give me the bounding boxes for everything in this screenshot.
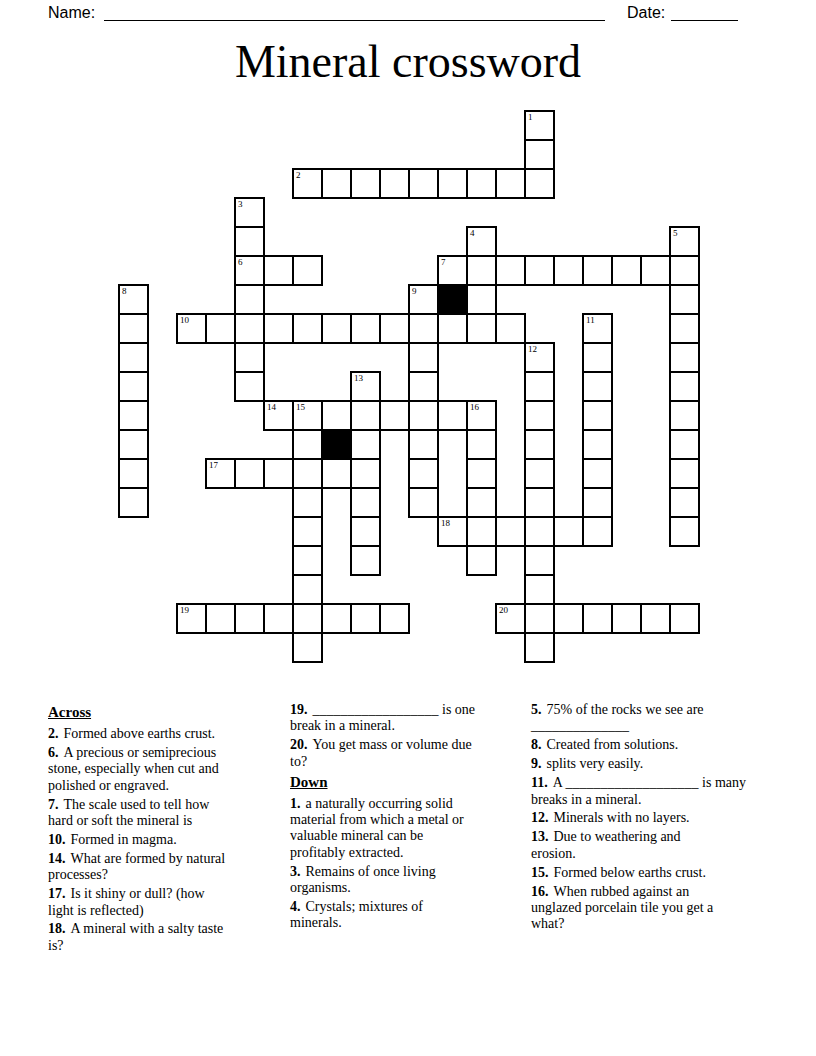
- clue-text: A precious or semiprecious stone, especi…: [48, 745, 219, 793]
- clue-12: 12.Minerals with no layers.: [531, 810, 769, 826]
- clue-text: You get mass or volume due to?: [290, 737, 472, 768]
- grid-cell-r3c4[interactable]: 3: [234, 197, 265, 228]
- clue-text: The scale used to tell how hard or soft …: [48, 797, 209, 828]
- grid-cell-r10c12[interactable]: 16: [466, 400, 497, 431]
- cell-number-16: 16: [470, 402, 479, 412]
- grid-cell-r2c8[interactable]: [350, 168, 381, 199]
- grid-cell-r2c10[interactable]: [408, 168, 439, 199]
- clue-number-label: 12.: [531, 810, 549, 825]
- grid-cell-r18c6[interactable]: [292, 632, 323, 663]
- clue-14: 14.What are formed by natural processes?: [48, 851, 286, 884]
- grid-cell-r5c16[interactable]: [582, 255, 613, 286]
- grid-cell-r14c15[interactable]: [553, 516, 584, 547]
- grid-cell-r11c19[interactable]: [669, 429, 700, 460]
- name-blank-line: [104, 2, 605, 21]
- grid-cell-r11c6[interactable]: [292, 429, 323, 460]
- grid-cell-r13c14[interactable]: [524, 487, 555, 518]
- clue-4: 4.Crystals; mixtures of minerals.: [290, 899, 528, 932]
- grid-cell-r10c5[interactable]: 14: [263, 400, 294, 431]
- clue-text: When rubbed against an unglazed porcelai…: [531, 884, 713, 932]
- grid-cell-r17c17[interactable]: [611, 603, 642, 634]
- cell-number-12: 12: [528, 344, 537, 354]
- cell-number-3: 3: [238, 199, 243, 209]
- cell-number-1: 1: [528, 112, 533, 122]
- grid-cell-r5c17[interactable]: [611, 255, 642, 286]
- grid-cell-r2c9[interactable]: [379, 168, 410, 199]
- grid-cell-r11c0[interactable]: [118, 429, 149, 460]
- grid-cell-r5c13[interactable]: [495, 255, 526, 286]
- cell-number-6: 6: [238, 257, 243, 267]
- clue-number-label: 11.: [531, 775, 548, 790]
- grid-cell-r4c4[interactable]: [234, 226, 265, 257]
- grid-cell-r8c19[interactable]: [669, 342, 700, 373]
- clue-3: 3.Remains of once living organisms.: [290, 864, 528, 897]
- grid-cell-r17c19[interactable]: [669, 603, 700, 634]
- grid-cell-r9c10[interactable]: [408, 371, 439, 402]
- grid-cell-r17c2[interactable]: 19: [176, 603, 207, 634]
- grid-cell-r5c5[interactable]: [263, 255, 294, 286]
- grid-cell-r6c0[interactable]: 8: [118, 284, 149, 315]
- clue-number-label: 1.: [290, 796, 301, 811]
- clue-text: a naturally occurring solid material fro…: [290, 796, 464, 860]
- grid-cell-r10c8[interactable]: [350, 400, 381, 431]
- grid-cell-r12c19[interactable]: [669, 458, 700, 489]
- clue-number-label: 3.: [290, 864, 301, 879]
- grid-cell-r14c12[interactable]: [466, 516, 497, 547]
- grid-cell-r10c7[interactable]: [321, 400, 352, 431]
- grid-cell-r7c5[interactable]: [263, 313, 294, 344]
- clue-text: __________________ is one break in a min…: [290, 702, 475, 733]
- grid-cell-r14c11[interactable]: 18: [437, 516, 468, 547]
- grid-cell-r6c4[interactable]: [234, 284, 265, 315]
- name-label: Name:: [48, 4, 95, 22]
- clue-1: 1.a naturally occurring solid material f…: [290, 796, 528, 862]
- clue-13: 13.Due to weathering and erosion.: [531, 829, 769, 862]
- grid-cell-r18c14[interactable]: [524, 632, 555, 663]
- grid-cell-r5c18[interactable]: [640, 255, 671, 286]
- grid-cell-r12c8[interactable]: [350, 458, 381, 489]
- grid-cell-r17c3[interactable]: [205, 603, 236, 634]
- grid-cell-r9c4[interactable]: [234, 371, 265, 402]
- grid-cell-r7c9[interactable]: [379, 313, 410, 344]
- grid-cell-r12c16[interactable]: [582, 458, 613, 489]
- clue-5: 5.75% of the rocks we see are __________…: [531, 702, 769, 735]
- grid-cell-r7c12[interactable]: [466, 313, 497, 344]
- grid-cell-r5c12[interactable]: [466, 255, 497, 286]
- grid-cell-r14c6[interactable]: [292, 516, 323, 547]
- grid-cell-r5c6[interactable]: [292, 255, 323, 286]
- clue-number-label: 18.: [48, 921, 66, 936]
- clue-number-label: 14.: [48, 851, 66, 866]
- grid-cell-r2c6[interactable]: 2: [292, 168, 323, 199]
- grid-cell-r13c6[interactable]: [292, 487, 323, 518]
- grid-cell-r8c10[interactable]: [408, 342, 439, 373]
- clue-9: 9.splits very easily.: [531, 756, 769, 772]
- crossword-grid: 1234567891011121314151617181920: [118, 110, 700, 663]
- grid-cell-r16c14[interactable]: [524, 574, 555, 605]
- grid-cell-r7c3[interactable]: [205, 313, 236, 344]
- clue-number-label: 5.: [531, 702, 542, 717]
- clue-16: 16.When rubbed against an unglazed porce…: [531, 884, 769, 933]
- clue-11: 11.A ___________________ is many breaks …: [531, 775, 769, 808]
- grid-cell-r10c0[interactable]: [118, 400, 149, 431]
- clue-2: 2.Formed above earths crust.: [48, 726, 286, 742]
- grid-cell-r7c10[interactable]: [408, 313, 439, 344]
- grid-cell-r8c0[interactable]: [118, 342, 149, 373]
- date-blank-line: [671, 2, 738, 21]
- grid-cell-r0c14[interactable]: 1: [524, 110, 555, 141]
- cell-number-5: 5: [673, 228, 678, 238]
- grid-cell-r6c12[interactable]: [466, 284, 497, 315]
- grid-cell-r14c14[interactable]: [524, 516, 555, 547]
- grid-cell-r10c6[interactable]: 15: [292, 400, 323, 431]
- grid-cell-r17c9[interactable]: [379, 603, 410, 634]
- grid-cell-r13c19[interactable]: [669, 487, 700, 518]
- grid-cell-r9c14[interactable]: [524, 371, 555, 402]
- grid-cell-r8c16[interactable]: [582, 342, 613, 373]
- clue-text: splits very easily.: [547, 756, 644, 771]
- grid-cell-r7c6[interactable]: [292, 313, 323, 344]
- cell-number-9: 9: [412, 286, 417, 296]
- grid-cell-r17c13[interactable]: 20: [495, 603, 526, 634]
- grid-cell-r17c7[interactable]: [321, 603, 352, 634]
- cell-number-10: 10: [180, 315, 189, 325]
- grid-cell-r6c10[interactable]: 9: [408, 284, 439, 315]
- clue-column-2: 19.__________________ is one break in a …: [290, 702, 528, 934]
- clue-17: 17.Is it shiny or dull? (how light is re…: [48, 886, 286, 919]
- clue-text: Formed in magma.: [71, 832, 177, 847]
- grid-cell-r17c5[interactable]: [263, 603, 294, 634]
- grid-cell-r17c6[interactable]: [292, 603, 323, 634]
- across-header: Across: [48, 703, 286, 721]
- grid-cell-r7c11[interactable]: [437, 313, 468, 344]
- grid-cell-r2c11[interactable]: [437, 168, 468, 199]
- grid-cell-r10c9[interactable]: [379, 400, 410, 431]
- grid-cell-r4c19[interactable]: 5: [669, 226, 700, 257]
- clue-number-label: 15.: [531, 865, 549, 880]
- grid-cell-r9c19[interactable]: [669, 371, 700, 402]
- grid-cell-r7c13[interactable]: [495, 313, 526, 344]
- grid-cell-r12c0[interactable]: [118, 458, 149, 489]
- grid-cell-r13c8[interactable]: [350, 487, 381, 518]
- grid-cell-r10c11[interactable]: [437, 400, 468, 431]
- clue-text: A mineral with a salty taste is?: [48, 921, 223, 952]
- grid-cell-r16c6[interactable]: [292, 574, 323, 605]
- clue-text: A ___________________ is many breaks in …: [531, 775, 746, 806]
- clue-number-label: 17.: [48, 886, 66, 901]
- clue-number-label: 7.: [48, 797, 59, 812]
- clue-6: 6.A precious or semiprecious stone, espe…: [48, 745, 286, 794]
- cell-number-4: 4: [470, 228, 475, 238]
- grid-cell-r5c14[interactable]: [524, 255, 555, 286]
- grid-cell-r12c4[interactable]: [234, 458, 265, 489]
- grid-cell-r9c16[interactable]: [582, 371, 613, 402]
- cell-number-17: 17: [209, 460, 218, 470]
- clue-18: 18.A mineral with a salty taste is?: [48, 921, 286, 954]
- grid-cell-r15c14[interactable]: [524, 545, 555, 576]
- grid-cell-r10c14[interactable]: [524, 400, 555, 431]
- cell-number-11: 11: [586, 315, 595, 325]
- grid-cell-r17c15[interactable]: [553, 603, 584, 634]
- grid-cell-r15c8[interactable]: [350, 545, 381, 576]
- grid-cell-r10c10[interactable]: [408, 400, 439, 431]
- grid-cell-r14c13[interactable]: [495, 516, 526, 547]
- grid-cell-r2c7[interactable]: [321, 168, 352, 199]
- grid-cell-r17c4[interactable]: [234, 603, 265, 634]
- grid-cell-r7c8[interactable]: [350, 313, 381, 344]
- clue-text: What are formed by natural processes?: [48, 851, 225, 882]
- clue-text: Remains of once living organisms.: [290, 864, 436, 895]
- grid-cell-r11c12[interactable]: [466, 429, 497, 460]
- grid-cell-r15c6[interactable]: [292, 545, 323, 576]
- grid-cell-r7c7[interactable]: [321, 313, 352, 344]
- grid-cell-r11c16[interactable]: [582, 429, 613, 460]
- clue-text: Due to weathering and erosion.: [531, 829, 681, 860]
- clue-text: Formed above earths crust.: [64, 726, 216, 741]
- grid-cell-r7c0[interactable]: [118, 313, 149, 344]
- grid-cell-r7c2[interactable]: 10: [176, 313, 207, 344]
- clue-19: 19.__________________ is one break in a …: [290, 702, 528, 735]
- grid-cell-r2c12[interactable]: [466, 168, 497, 199]
- blocked-cell: [321, 429, 352, 460]
- grid-cell-r14c19[interactable]: [669, 516, 700, 547]
- blocked-cell: [437, 284, 468, 315]
- grid-cell-r1c14[interactable]: [524, 139, 555, 170]
- clue-column-1: Across2.Formed above earths crust.6.A pr…: [48, 702, 286, 957]
- clue-number-label: 13.: [531, 829, 549, 844]
- grid-cell-r12c5[interactable]: [263, 458, 294, 489]
- grid-cell-r11c14[interactable]: [524, 429, 555, 460]
- clue-7: 7.The scale used to tell how hard or sof…: [48, 797, 286, 830]
- grid-cell-r12c7[interactable]: [321, 458, 352, 489]
- grid-cell-r12c14[interactable]: [524, 458, 555, 489]
- grid-cell-r13c10[interactable]: [408, 487, 439, 518]
- grid-cell-r5c15[interactable]: [553, 255, 584, 286]
- grid-cell-r13c16[interactable]: [582, 487, 613, 518]
- clue-text: 75% of the rocks we see are ____________…: [531, 702, 704, 733]
- grid-cell-r8c4[interactable]: [234, 342, 265, 373]
- cell-number-13: 13: [354, 373, 363, 383]
- grid-cell-r9c0[interactable]: [118, 371, 149, 402]
- grid-cell-r12c12[interactable]: [466, 458, 497, 489]
- grid-cell-r13c0[interactable]: [118, 487, 149, 518]
- cell-number-19: 19: [180, 605, 189, 615]
- grid-cell-r8c14[interactable]: 12: [524, 342, 555, 373]
- grid-cell-r12c6[interactable]: [292, 458, 323, 489]
- date-label: Date:: [627, 4, 665, 22]
- grid-cell-r5c11[interactable]: 7: [437, 255, 468, 286]
- cell-number-15: 15: [296, 402, 305, 412]
- grid-cell-r17c18[interactable]: [640, 603, 671, 634]
- down-header: Down: [290, 773, 528, 791]
- worksheet-page: { "game": "crossword", "title": "Mineral…: [0, 0, 816, 1056]
- clue-number-label: 16.: [531, 884, 549, 899]
- clue-text: Minerals with no layers.: [554, 810, 690, 825]
- grid-cell-r2c13[interactable]: [495, 168, 526, 199]
- grid-cell-r14c8[interactable]: [350, 516, 381, 547]
- grid-cell-r13c12[interactable]: [466, 487, 497, 518]
- grid-cell-r5c19[interactable]: [669, 255, 700, 286]
- grid-cell-r10c19[interactable]: [669, 400, 700, 431]
- clue-text: Crystals; mixtures of minerals.: [290, 899, 423, 930]
- clue-text: Formed below earths crust.: [554, 865, 706, 880]
- cell-number-7: 7: [441, 257, 446, 267]
- clue-number-label: 8.: [531, 737, 542, 752]
- grid-cell-r17c14[interactable]: [524, 603, 555, 634]
- clue-15: 15.Formed below earths crust.: [531, 865, 769, 881]
- clue-number-label: 19.: [290, 702, 308, 717]
- cell-number-18: 18: [441, 518, 450, 528]
- grid-cell-r12c3[interactable]: 17: [205, 458, 236, 489]
- page-title: Mineral crossword: [0, 37, 816, 87]
- cell-number-14: 14: [267, 402, 276, 412]
- grid-cell-r7c4[interactable]: [234, 313, 265, 344]
- clue-number-label: 20.: [290, 737, 308, 752]
- grid-cell-r7c19[interactable]: [669, 313, 700, 344]
- grid-cell-r15c12[interactable]: [466, 545, 497, 576]
- grid-cell-r5c4[interactable]: 6: [234, 255, 265, 286]
- clue-column-3: 5.75% of the rocks we see are __________…: [531, 702, 769, 935]
- grid-cell-r6c19[interactable]: [669, 284, 700, 315]
- cell-number-20: 20: [499, 605, 508, 615]
- grid-cell-r12c10[interactable]: [408, 458, 439, 489]
- grid-cell-r7c16[interactable]: 11: [582, 313, 613, 344]
- cell-number-2: 2: [296, 170, 301, 180]
- grid-cell-r9c8[interactable]: 13: [350, 371, 381, 402]
- grid-cell-r17c16[interactable]: [582, 603, 613, 634]
- clue-number-label: 2.: [48, 726, 59, 741]
- clue-number-label: 10.: [48, 832, 66, 847]
- grid-cell-r17c8[interactable]: [350, 603, 381, 634]
- clue-text: Created from solutions.: [547, 737, 679, 752]
- grid-cell-r11c8[interactable]: [350, 429, 381, 460]
- grid-cell-r10c16[interactable]: [582, 400, 613, 431]
- clue-20: 20.You get mass or volume due to?: [290, 737, 528, 770]
- grid-cell-r2c14[interactable]: [524, 168, 555, 199]
- grid-cell-r4c12[interactable]: 4: [466, 226, 497, 257]
- clue-10: 10.Formed in magma.: [48, 832, 286, 848]
- clue-8: 8.Created from solutions.: [531, 737, 769, 753]
- clue-number-label: 6.: [48, 745, 59, 760]
- grid-cell-r11c10[interactable]: [408, 429, 439, 460]
- cell-number-8: 8: [122, 286, 127, 296]
- clue-number-label: 4.: [290, 899, 301, 914]
- grid-cell-r14c16[interactable]: [582, 516, 613, 547]
- clue-number-label: 9.: [531, 756, 542, 771]
- clue-text: Is it shiny or dull? (how light is refle…: [48, 886, 205, 917]
